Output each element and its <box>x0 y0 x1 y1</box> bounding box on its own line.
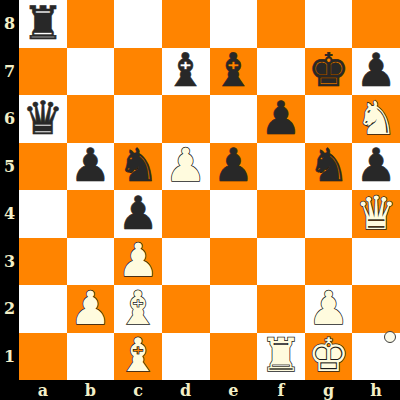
square-f2[interactable] <box>257 285 305 333</box>
square-b4[interactable] <box>67 190 115 238</box>
board-corner <box>0 380 19 400</box>
square-d1[interactable] <box>162 333 210 381</box>
square-h8[interactable] <box>352 0 400 48</box>
white-pawn-piece: ♟ <box>117 238 158 284</box>
square-d4[interactable] <box>162 190 210 238</box>
square-e2[interactable] <box>210 285 258 333</box>
rank-labels: 87654321 <box>0 0 19 380</box>
black-pawn-piece: ♟ <box>70 143 111 189</box>
black-pawn-piece: ♟ <box>117 190 158 236</box>
square-h4[interactable]: ♛ <box>352 190 400 238</box>
black-queen-piece: ♛ <box>22 95 63 141</box>
square-g4[interactable] <box>305 190 353 238</box>
square-h3[interactable] <box>352 238 400 286</box>
square-e8[interactable] <box>210 0 258 48</box>
black-pawn-piece: ♟ <box>356 143 397 189</box>
black-bishop-piece: ♝ <box>165 48 206 94</box>
rank-label-1: 1 <box>0 333 19 381</box>
square-c6[interactable] <box>114 95 162 143</box>
square-b3[interactable] <box>67 238 115 286</box>
file-label-b: b <box>67 380 115 400</box>
file-label-h: h <box>352 380 400 400</box>
file-label-c: c <box>114 380 162 400</box>
black-pawn-piece: ♟ <box>260 95 301 141</box>
square-c3[interactable]: ♟ <box>114 238 162 286</box>
square-f6[interactable]: ♟ <box>257 95 305 143</box>
file-label-a: a <box>19 380 67 400</box>
square-d5[interactable]: ♟ <box>162 143 210 191</box>
black-knight-piece: ♞ <box>308 143 349 189</box>
square-a8[interactable]: ♜ <box>19 0 67 48</box>
white-to-move-indicator <box>384 331 396 343</box>
rank-label-6: 6 <box>0 95 19 143</box>
square-e1[interactable] <box>210 333 258 381</box>
square-g7[interactable]: ♚ <box>305 48 353 96</box>
black-pawn-piece: ♟ <box>356 48 397 94</box>
square-g3[interactable] <box>305 238 353 286</box>
square-e5[interactable]: ♟ <box>210 143 258 191</box>
square-a1[interactable] <box>19 333 67 381</box>
square-a3[interactable] <box>19 238 67 286</box>
square-b2[interactable]: ♟ <box>67 285 115 333</box>
square-h2[interactable] <box>352 285 400 333</box>
white-bishop-piece: ♝ <box>117 285 158 331</box>
square-g8[interactable] <box>305 0 353 48</box>
rank-label-4: 4 <box>0 190 19 238</box>
square-f1[interactable]: ♜ <box>257 333 305 381</box>
square-b7[interactable] <box>67 48 115 96</box>
square-g5[interactable]: ♞ <box>305 143 353 191</box>
square-g2[interactable]: ♟ <box>305 285 353 333</box>
square-d8[interactable] <box>162 0 210 48</box>
white-king-piece: ♚ <box>308 333 349 379</box>
square-c5[interactable]: ♞ <box>114 143 162 191</box>
square-g6[interactable] <box>305 95 353 143</box>
square-b5[interactable]: ♟ <box>67 143 115 191</box>
rank-label-5: 5 <box>0 143 19 191</box>
square-f4[interactable] <box>257 190 305 238</box>
square-c4[interactable]: ♟ <box>114 190 162 238</box>
chess-board: ♜♝♝♚♟♛♟♞♟♞♟♟♞♟♟♛♟♟♝♟♝♜♚ <box>19 0 400 380</box>
square-f8[interactable] <box>257 0 305 48</box>
square-c7[interactable] <box>114 48 162 96</box>
square-e4[interactable] <box>210 190 258 238</box>
square-a2[interactable] <box>19 285 67 333</box>
black-knight-piece: ♞ <box>117 143 158 189</box>
black-bishop-piece: ♝ <box>213 48 254 94</box>
square-b1[interactable] <box>67 333 115 381</box>
file-label-f: f <box>257 380 305 400</box>
square-a5[interactable] <box>19 143 67 191</box>
square-f7[interactable] <box>257 48 305 96</box>
white-knight-piece: ♞ <box>356 95 397 141</box>
white-pawn-piece: ♟ <box>70 285 111 331</box>
black-king-piece: ♚ <box>308 48 349 94</box>
square-d3[interactable] <box>162 238 210 286</box>
file-label-g: g <box>305 380 353 400</box>
white-bishop-piece: ♝ <box>117 333 158 379</box>
square-e6[interactable] <box>210 95 258 143</box>
square-c8[interactable] <box>114 0 162 48</box>
square-c2[interactable]: ♝ <box>114 285 162 333</box>
square-f3[interactable] <box>257 238 305 286</box>
square-e7[interactable]: ♝ <box>210 48 258 96</box>
square-d6[interactable] <box>162 95 210 143</box>
square-c1[interactable]: ♝ <box>114 333 162 381</box>
file-label-d: d <box>162 380 210 400</box>
square-a6[interactable]: ♛ <box>19 95 67 143</box>
square-f5[interactable] <box>257 143 305 191</box>
black-pawn-piece: ♟ <box>213 143 254 189</box>
file-labels: abcdefgh <box>19 380 400 400</box>
square-h5[interactable]: ♟ <box>352 143 400 191</box>
square-d7[interactable]: ♝ <box>162 48 210 96</box>
square-h7[interactable]: ♟ <box>352 48 400 96</box>
chess-board-frame: 87654321 ♜♝♝♚♟♛♟♞♟♞♟♟♞♟♟♛♟♟♝♟♝♜♚ abcdefg… <box>0 0 400 400</box>
square-b6[interactable] <box>67 95 115 143</box>
file-label-e: e <box>210 380 258 400</box>
white-rook-piece: ♜ <box>260 333 301 379</box>
rank-label-2: 2 <box>0 285 19 333</box>
square-a7[interactable] <box>19 48 67 96</box>
rank-label-8: 8 <box>0 0 19 48</box>
square-h6[interactable]: ♞ <box>352 95 400 143</box>
square-g1[interactable]: ♚ <box>305 333 353 381</box>
white-pawn-piece: ♟ <box>308 285 349 331</box>
square-b8[interactable] <box>67 0 115 48</box>
white-queen-piece: ♛ <box>356 190 397 236</box>
black-rook-piece: ♜ <box>22 0 63 46</box>
rank-label-7: 7 <box>0 48 19 96</box>
square-d2[interactable] <box>162 285 210 333</box>
square-a4[interactable] <box>19 190 67 238</box>
square-e3[interactable] <box>210 238 258 286</box>
white-pawn-piece: ♟ <box>165 143 206 189</box>
rank-label-3: 3 <box>0 238 19 286</box>
